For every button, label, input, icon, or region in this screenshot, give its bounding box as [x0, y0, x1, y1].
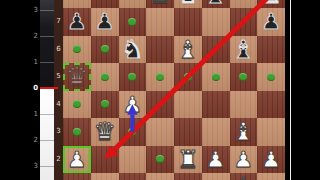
square-e7[interactable] — [174, 8, 202, 36]
square-h5[interactable] — [257, 63, 285, 91]
white-bishop-g3[interactable]: ♝ — [232, 118, 254, 145]
black-king-e8[interactable]: ♚ — [177, 0, 199, 8]
legal-move-dot-f5[interactable] — [212, 73, 220, 81]
white-rook-d8[interactable]: ♜ — [149, 0, 171, 8]
square-a8[interactable] — [63, 0, 91, 8]
square-a7[interactable]: ♟ — [63, 8, 91, 36]
square-a2[interactable]: ♟ — [63, 146, 91, 174]
square-c2[interactable] — [119, 146, 147, 174]
rank-label-3: 3 — [54, 128, 63, 135]
square-f6[interactable] — [202, 36, 230, 64]
square-g3[interactable]: ♝ — [230, 118, 258, 146]
eval-label-white-2: 2 — [28, 137, 38, 144]
square-h6[interactable] — [257, 36, 285, 64]
square-f4[interactable] — [202, 91, 230, 119]
white-king-g1[interactable]: ♚ — [232, 173, 254, 180]
square-h4[interactable] — [257, 91, 285, 119]
square-d6[interactable] — [146, 36, 174, 64]
legal-move-dot-c3[interactable] — [128, 128, 136, 136]
legal-move-dot-c5[interactable] — [128, 73, 136, 81]
square-f7[interactable] — [202, 8, 230, 36]
legal-move-dot-e5[interactable] — [184, 73, 192, 81]
eval-label-white-1: 1 — [28, 111, 38, 118]
square-c7[interactable] — [119, 8, 147, 36]
eval-label-white-3: 3 — [28, 163, 38, 170]
square-h1[interactable] — [257, 173, 285, 180]
legal-move-dot-a3[interactable] — [73, 128, 81, 136]
square-b2[interactable] — [91, 146, 119, 174]
eval-label-black-1: 1 — [28, 59, 38, 66]
square-b4[interactable] — [91, 91, 119, 119]
white-pawn-a2[interactable]: ♟ — [67, 146, 87, 173]
white-pawn-h2[interactable]: ♟ — [261, 146, 281, 173]
square-h8[interactable]: ♜ — [257, 0, 285, 8]
square-h3[interactable] — [257, 118, 285, 146]
square-g8[interactable] — [230, 0, 258, 8]
legal-move-dot-b6[interactable] — [101, 45, 109, 53]
square-b6[interactable] — [91, 36, 119, 64]
rank-label-6: 6 — [54, 46, 63, 53]
legal-move-dot-d5[interactable] — [156, 73, 164, 81]
square-g4[interactable] — [230, 91, 258, 119]
square-e5[interactable] — [174, 63, 202, 91]
black-knight-c6[interactable]: ♞ — [121, 36, 143, 63]
legal-move-dot-g5[interactable] — [239, 73, 247, 81]
square-d8[interactable]: ♜ — [146, 0, 174, 8]
black-pawn-a7[interactable]: ♟ — [67, 8, 87, 35]
square-g2[interactable]: ♟ — [230, 146, 258, 174]
white-bishop-e6[interactable]: ♝ — [177, 36, 199, 63]
square-c3[interactable] — [119, 118, 147, 146]
legal-move-dot-c7[interactable] — [128, 18, 136, 26]
black-rook-h8[interactable]: ♜ — [260, 0, 282, 8]
square-g1[interactable]: ♚ — [230, 173, 258, 180]
square-e6[interactable]: ♝ — [174, 36, 202, 64]
evaluation-bar — [40, 0, 54, 180]
white-pawn-c4[interactable]: ♟ — [123, 91, 143, 118]
legal-move-dot-a6[interactable] — [73, 45, 81, 53]
rank-label-4: 4 — [54, 101, 63, 108]
eval-label-black-2: 2 — [28, 33, 38, 40]
square-f5[interactable] — [202, 63, 230, 91]
white-queen-b3[interactable]: ♛ — [93, 118, 115, 145]
eval-zero-marker — [40, 87, 58, 89]
square-b7[interactable]: ♟ — [91, 8, 119, 36]
square-a5[interactable]: ♛ — [63, 63, 91, 91]
black-pawn-h7[interactable]: ♟ — [261, 8, 281, 35]
square-h2[interactable]: ♟ — [257, 146, 285, 174]
square-f1[interactable] — [202, 173, 230, 180]
eval-label-zero-0: 0 — [28, 85, 38, 92]
legal-move-dot-d2[interactable] — [156, 155, 164, 163]
white-pawn-f2[interactable]: ♟ — [206, 146, 226, 173]
square-f2[interactable]: ♟ — [202, 146, 230, 174]
square-a1[interactable] — [63, 173, 91, 180]
chess-board[interactable]: ♜♚♝♜♟♟♟♞♝♝♛♟♛♝♟♜♟♟♟♚ — [63, 0, 285, 180]
square-d4[interactable] — [146, 91, 174, 119]
square-h7[interactable]: ♟ — [257, 8, 285, 36]
square-a3[interactable] — [63, 118, 91, 146]
square-c6[interactable]: ♞ — [119, 36, 147, 64]
square-d5[interactable] — [146, 63, 174, 91]
rank-coordinate-strip — [54, 0, 63, 180]
square-d2[interactable] — [146, 146, 174, 174]
square-a6[interactable] — [63, 36, 91, 64]
square-f8[interactable]: ♝ — [202, 0, 230, 8]
rank-label-2: 2 — [54, 156, 63, 163]
square-c4[interactable]: ♟ — [119, 91, 147, 119]
square-e3[interactable] — [174, 118, 202, 146]
square-d1[interactable] — [146, 173, 174, 180]
video-crop-line — [290, 0, 291, 180]
square-c8[interactable] — [119, 0, 147, 8]
square-b8[interactable] — [91, 0, 119, 8]
square-f3[interactable] — [202, 118, 230, 146]
legal-move-dot-h5[interactable] — [267, 73, 275, 81]
white-rook-e2[interactable]: ♜ — [177, 146, 199, 173]
square-g6[interactable]: ♝ — [230, 36, 258, 64]
legal-move-dot-a4[interactable] — [73, 100, 81, 108]
black-pawn-b7[interactable]: ♟ — [95, 8, 115, 35]
square-b5[interactable] — [91, 63, 119, 91]
legal-move-dot-b5[interactable] — [101, 73, 109, 81]
square-g7[interactable] — [230, 8, 258, 36]
square-c5[interactable] — [119, 63, 147, 91]
chess-analysis-frame: 3210123 765432 ♜♚♝♜♟♟♟♞♝♝♛♟♛♝♟♜♟♟♟♚ — [0, 0, 320, 180]
square-e8[interactable]: ♚ — [174, 0, 202, 8]
square-e4[interactable] — [174, 91, 202, 119]
white-pawn-g2[interactable]: ♟ — [234, 146, 254, 173]
square-c1[interactable] — [119, 173, 147, 180]
square-d3[interactable] — [146, 118, 174, 146]
legal-move-dot-b4[interactable] — [101, 100, 109, 108]
square-d7[interactable] — [146, 8, 174, 36]
square-b3[interactable]: ♛ — [91, 118, 119, 146]
eval-black-section — [40, 0, 54, 88]
eval-label-black-3: 3 — [28, 7, 38, 14]
ghost-white-queen-a5[interactable]: ♛ — [66, 63, 88, 90]
square-a4[interactable] — [63, 91, 91, 119]
square-e2[interactable]: ♜ — [174, 146, 202, 174]
rank-label-7: 7 — [54, 18, 63, 25]
square-e1[interactable] — [174, 173, 202, 180]
black-bishop-f8[interactable]: ♝ — [204, 0, 226, 8]
square-g5[interactable] — [230, 63, 258, 91]
black-bishop-g6[interactable]: ♝ — [232, 36, 254, 63]
square-b1[interactable] — [91, 173, 119, 180]
rank-label-5: 5 — [54, 73, 63, 80]
